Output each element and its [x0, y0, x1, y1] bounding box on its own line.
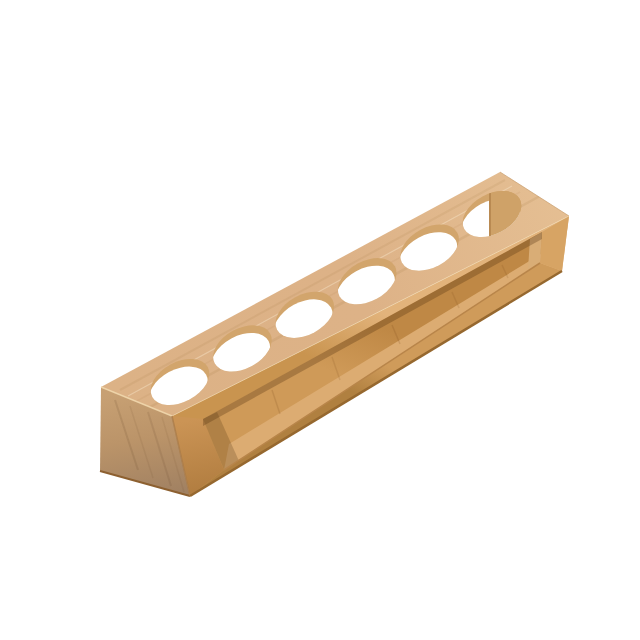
- photo-canvas: [0, 0, 640, 640]
- bamboo-rack-product-image: [0, 0, 640, 640]
